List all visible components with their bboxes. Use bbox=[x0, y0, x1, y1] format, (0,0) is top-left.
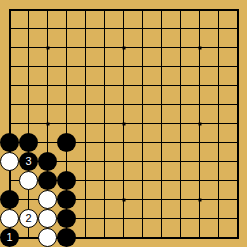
star-point bbox=[198, 198, 201, 201]
star-point bbox=[46, 46, 49, 49]
black-stone bbox=[19, 133, 38, 152]
stone-move-2: 2 bbox=[19, 209, 38, 228]
stone-move-3: 3 bbox=[19, 152, 38, 171]
stone-move-1: 1 bbox=[0, 228, 19, 247]
star-point bbox=[122, 122, 125, 125]
white-stone bbox=[0, 152, 19, 171]
black-stone bbox=[57, 209, 76, 228]
star-point bbox=[122, 198, 125, 201]
star-point bbox=[198, 46, 201, 49]
star-point bbox=[46, 122, 49, 125]
white-stone bbox=[19, 171, 38, 190]
black-stone bbox=[0, 133, 19, 152]
white-stone bbox=[0, 209, 19, 228]
black-stone bbox=[38, 152, 57, 171]
white-stone bbox=[38, 228, 57, 247]
star-point bbox=[122, 46, 125, 49]
stones-layer: 321 bbox=[0, 0, 247, 247]
black-stone bbox=[57, 228, 76, 247]
star-point bbox=[198, 122, 201, 125]
black-stone bbox=[57, 133, 76, 152]
black-stone bbox=[38, 171, 57, 190]
white-stone bbox=[38, 190, 57, 209]
black-stone bbox=[0, 190, 19, 209]
black-stone bbox=[57, 171, 76, 190]
white-stone bbox=[38, 209, 57, 228]
go-diagram: 321 bbox=[0, 0, 247, 247]
black-stone bbox=[57, 190, 76, 209]
